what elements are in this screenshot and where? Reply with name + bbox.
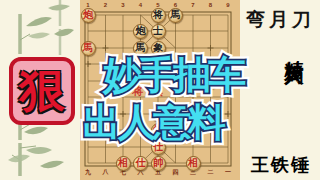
channel-title: 弯月刀 [246,7,315,33]
author-name: 王铁锤 [251,153,311,177]
piece-black: 将 [151,8,166,23]
piece-red: 炮 [81,8,96,23]
piece-red: 仕 [133,156,148,171]
file-coordinate: 4 [139,2,142,8]
piece-red: 相 [186,156,201,171]
piece-black: 炮 [133,24,148,39]
piece-black: 馬 [168,8,183,23]
file-coordinate: 7 [191,2,194,8]
overlay-title-line2: 出人意料 出人意料 出人意料 [83,103,223,141]
file-coordinate: 3 [121,2,124,8]
file-coordinate: 一 [225,169,231,175]
fierce-badge: 狠 [9,57,75,125]
piece-red: 馬 [81,41,96,56]
file-coordinate: 八 [103,169,109,175]
file-coordinate: 二 [208,169,214,175]
overlay-title-line1-fill: 妙手抽车 [103,56,243,94]
file-coordinate: 9 [226,2,229,8]
vertical-tagline: 精妙入局 [281,45,307,53]
thumbnail-stage: 123456789九八七六五四三二一炮将馬炮士馬馬象車兵兵炮馬仕相仕帥相 上将棋… [0,0,320,180]
overlay-title-line2-fill: 出人意料 [83,103,223,141]
piece-red: 帥 [151,156,166,171]
file-coordinate: 九 [85,169,91,175]
file-coordinate: 8 [209,2,212,8]
piece-red: 相 [116,156,131,171]
overlay-title-line1: 妙手抽车 妙手抽车 妙手抽车 [103,56,243,94]
file-coordinate: 四 [173,169,179,175]
file-coordinate: 2 [104,2,107,8]
fierce-badge-character: 狠 [19,68,65,114]
piece-black: 士 [151,24,166,39]
